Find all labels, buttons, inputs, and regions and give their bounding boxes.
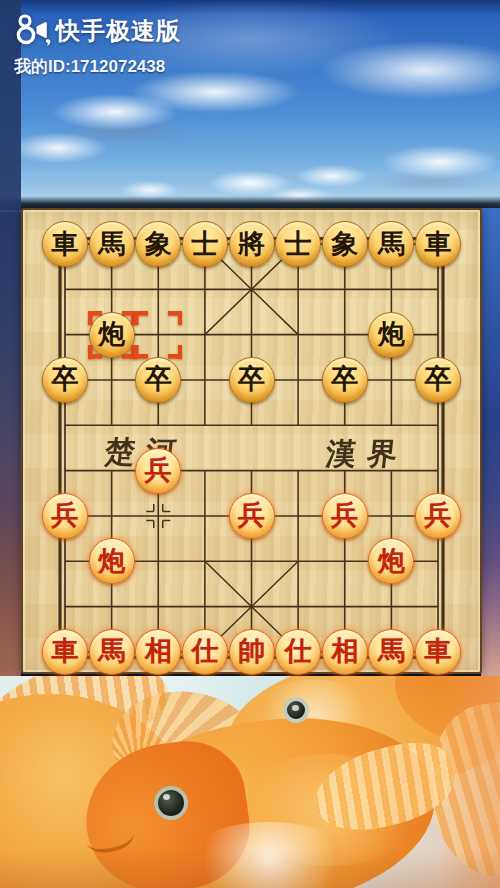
piece-black-士[interactable]: 士	[275, 221, 321, 267]
piece-black-象[interactable]: 象	[322, 221, 368, 267]
video-frame: 快手极速版 我的ID:1712072438 楚河 漢界 車馬象士將士象馬車炮炮卒…	[0, 0, 500, 888]
piece-black-士[interactable]: 士	[182, 221, 228, 267]
piece-black-車[interactable]: 車	[42, 221, 88, 267]
piece-red-帥[interactable]: 帥	[229, 629, 275, 675]
piece-red-相[interactable]: 相	[322, 629, 368, 675]
user-id: 我的ID:1712072438	[14, 55, 165, 78]
move-highlight-marker	[88, 311, 136, 359]
piece-red-兵[interactable]: 兵	[229, 493, 275, 539]
kuaishou-logo-icon	[15, 13, 52, 47]
piece-black-卒[interactable]: 卒	[229, 357, 275, 403]
piece-black-車[interactable]: 車	[415, 221, 461, 267]
xiangqi-board[interactable]: 楚河 漢界 車馬象士將士象馬車炮炮卒卒卒卒卒兵兵兵兵兵炮炮車馬相仕帥仕相馬車	[21, 208, 482, 674]
piece-red-車[interactable]: 車	[415, 629, 461, 675]
piece-red-馬[interactable]: 馬	[89, 629, 135, 675]
piece-red-兵[interactable]: 兵	[42, 493, 88, 539]
piece-red-仕[interactable]: 仕	[182, 629, 228, 675]
piece-red-兵[interactable]: 兵	[322, 493, 368, 539]
piece-black-卒[interactable]: 卒	[322, 357, 368, 403]
goldfish-center-eye	[154, 786, 188, 820]
piece-black-炮[interactable]: 炮	[368, 312, 414, 358]
app-title: 快手极速版	[56, 15, 181, 47]
piece-red-仕[interactable]: 仕	[275, 629, 321, 675]
board-grid-lines	[23, 210, 484, 676]
piece-black-卒[interactable]: 卒	[135, 357, 181, 403]
bottom-shade	[0, 848, 500, 888]
piece-red-兵[interactable]: 兵	[135, 448, 181, 494]
piece-red-兵[interactable]: 兵	[415, 493, 461, 539]
piece-red-相[interactable]: 相	[135, 629, 181, 675]
piece-red-車[interactable]: 車	[42, 629, 88, 675]
piece-black-卒[interactable]: 卒	[415, 357, 461, 403]
photo-edge-left	[0, 0, 21, 676]
piece-black-象[interactable]: 象	[135, 221, 181, 267]
app-header: 快手极速版 我的ID:1712072438	[0, 0, 320, 90]
piece-black-將[interactable]: 將	[229, 221, 275, 267]
piece-black-卒[interactable]: 卒	[42, 357, 88, 403]
piece-black-馬[interactable]: 馬	[89, 221, 135, 267]
goldfish-top-eye	[283, 697, 309, 723]
river-label-right: 漢界	[324, 434, 410, 475]
move-highlight-marker	[134, 311, 182, 359]
goldfish-photo	[0, 676, 500, 888]
piece-red-炮[interactable]: 炮	[89, 538, 135, 584]
